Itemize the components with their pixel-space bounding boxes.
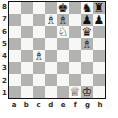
black-pawn-h7: ♟ [94, 14, 105, 26]
square-f8[interactable] [69, 2, 81, 14]
square-e7[interactable]: ♗ [57, 14, 69, 26]
rank-label-5: 5 [1, 38, 8, 50]
file-label-a: a [8, 99, 20, 110]
square-a7[interactable] [9, 14, 21, 26]
square-a2[interactable] [9, 74, 21, 86]
file-labels: abcdefgh [8, 99, 106, 110]
square-c7[interactable] [33, 14, 45, 26]
square-b2[interactable] [21, 74, 33, 86]
square-a6[interactable] [9, 26, 21, 38]
white-bishop-d7: ♗ [46, 14, 57, 26]
square-h3[interactable] [93, 62, 105, 74]
square-h7[interactable]: ♟ [93, 14, 105, 26]
square-d6[interactable] [45, 26, 57, 38]
file-label-e: e [57, 99, 69, 110]
square-d2[interactable] [45, 74, 57, 86]
rank-label-1: 1 [1, 87, 8, 99]
square-h8[interactable]: ♜ [93, 2, 105, 14]
white-bishop-e7: ♗ [58, 14, 69, 26]
square-h4[interactable] [93, 50, 105, 62]
square-f6[interactable] [69, 26, 81, 38]
file-label-f: f [69, 99, 81, 110]
square-f1[interactable]: ♕ [69, 86, 81, 98]
square-b8[interactable] [21, 2, 33, 14]
black-king-e8: ♚ [58, 2, 69, 14]
square-d4[interactable] [45, 50, 57, 62]
square-b4[interactable] [21, 50, 33, 62]
rank-label-7: 7 [1, 13, 8, 25]
square-g2[interactable] [81, 74, 93, 86]
square-c6[interactable] [33, 26, 45, 38]
square-a1[interactable] [9, 86, 21, 98]
square-h5[interactable] [93, 38, 105, 50]
square-d1[interactable] [45, 86, 57, 98]
square-f7[interactable] [69, 14, 81, 26]
square-c8[interactable] [33, 2, 45, 14]
file-label-g: g [82, 99, 94, 110]
square-b1[interactable] [21, 86, 33, 98]
rank-label-3: 3 [1, 62, 8, 74]
rank-label-4: 4 [1, 50, 8, 62]
square-c2[interactable] [33, 74, 45, 86]
file-label-h: h [94, 99, 106, 110]
square-d5[interactable] [45, 38, 57, 50]
black-pawn-g7: ♟ [82, 14, 93, 26]
square-g7[interactable]: ♟ [81, 14, 93, 26]
square-e2[interactable] [57, 74, 69, 86]
rank-label-2: 2 [1, 75, 8, 87]
chess-diagram: 87654321 ♚♞♜♗♗♟♟♘♛♗♗♕♔ abcdefgh [0, 0, 118, 110]
white-knight-e6: ♘ [58, 26, 69, 38]
white-bishop-g5: ♗ [82, 38, 93, 50]
file-label-c: c [33, 99, 45, 110]
rank-label-6: 6 [1, 26, 8, 38]
square-e6[interactable]: ♘ [57, 26, 69, 38]
square-a8[interactable] [9, 2, 21, 14]
square-b3[interactable] [21, 62, 33, 74]
rank-labels: 87654321 [1, 1, 8, 99]
black-knight-g8: ♞ [82, 2, 93, 14]
square-e1[interactable] [57, 86, 69, 98]
white-queen-f1: ♕ [70, 86, 81, 98]
square-c1[interactable] [33, 86, 45, 98]
square-b7[interactable] [21, 14, 33, 26]
square-b6[interactable] [21, 26, 33, 38]
square-g3[interactable] [81, 62, 93, 74]
white-king-g1: ♔ [82, 86, 93, 98]
label-corner [1, 99, 8, 110]
square-g6[interactable]: ♛ [81, 26, 93, 38]
square-e4[interactable] [57, 50, 69, 62]
square-a3[interactable] [9, 62, 21, 74]
square-d8[interactable] [45, 2, 57, 14]
square-c5[interactable] [33, 38, 45, 50]
white-bishop-c4: ♗ [34, 50, 45, 62]
square-f5[interactable] [69, 38, 81, 50]
square-e3[interactable] [57, 62, 69, 74]
square-g1[interactable]: ♔ [81, 86, 93, 98]
chess-board: ♚♞♜♗♗♟♟♘♛♗♗♕♔ [8, 1, 106, 99]
square-d7[interactable]: ♗ [45, 14, 57, 26]
square-g5[interactable]: ♗ [81, 38, 93, 50]
square-f3[interactable] [69, 62, 81, 74]
square-a4[interactable] [9, 50, 21, 62]
file-label-d: d [45, 99, 57, 110]
square-h2[interactable] [93, 74, 105, 86]
square-a5[interactable] [9, 38, 21, 50]
square-e5[interactable] [57, 38, 69, 50]
file-label-b: b [20, 99, 32, 110]
square-b5[interactable] [21, 38, 33, 50]
square-d3[interactable] [45, 62, 57, 74]
square-h6[interactable] [93, 26, 105, 38]
rank-label-8: 8 [1, 1, 8, 13]
black-rook-h8: ♜ [94, 2, 105, 14]
square-g8[interactable]: ♞ [81, 2, 93, 14]
square-f2[interactable] [69, 74, 81, 86]
square-c3[interactable] [33, 62, 45, 74]
square-e8[interactable]: ♚ [57, 2, 69, 14]
square-g4[interactable] [81, 50, 93, 62]
square-f4[interactable] [69, 50, 81, 62]
square-c4[interactable]: ♗ [33, 50, 45, 62]
black-queen-g6: ♛ [82, 26, 93, 38]
square-h1[interactable] [93, 86, 105, 98]
